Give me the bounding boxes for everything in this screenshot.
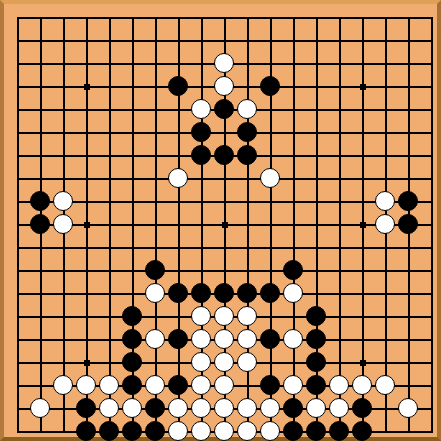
white-stone[interactable] xyxy=(53,214,73,234)
white-stone[interactable] xyxy=(260,398,280,418)
black-stone[interactable] xyxy=(237,283,257,303)
black-stone[interactable] xyxy=(168,375,188,395)
black-stone[interactable] xyxy=(145,421,165,441)
white-stone[interactable] xyxy=(375,375,395,395)
black-stone[interactable] xyxy=(76,421,96,441)
black-stone[interactable] xyxy=(191,122,211,142)
black-stone[interactable] xyxy=(306,329,326,349)
black-stone[interactable] xyxy=(237,145,257,165)
black-stone[interactable] xyxy=(260,329,280,349)
white-stone[interactable] xyxy=(237,99,257,119)
black-stone[interactable] xyxy=(329,421,349,441)
black-stone[interactable] xyxy=(76,398,96,418)
white-stone[interactable] xyxy=(191,306,211,326)
white-stone[interactable] xyxy=(145,329,165,349)
star-point xyxy=(360,84,366,90)
black-stone[interactable] xyxy=(122,375,142,395)
white-stone[interactable] xyxy=(191,398,211,418)
white-stone[interactable] xyxy=(283,329,303,349)
white-stone[interactable] xyxy=(145,283,165,303)
star-point xyxy=(222,222,228,228)
white-stone[interactable] xyxy=(191,329,211,349)
white-stone[interactable] xyxy=(76,375,96,395)
white-stone[interactable] xyxy=(53,191,73,211)
white-stone[interactable] xyxy=(191,99,211,119)
white-stone[interactable] xyxy=(214,76,234,96)
black-stone[interactable] xyxy=(122,329,142,349)
black-stone[interactable] xyxy=(260,283,280,303)
white-stone[interactable] xyxy=(329,398,349,418)
white-stone[interactable] xyxy=(191,421,211,441)
black-stone[interactable] xyxy=(214,99,234,119)
white-stone[interactable] xyxy=(260,168,280,188)
star-point xyxy=(84,360,90,366)
black-stone[interactable] xyxy=(352,421,372,441)
go-board[interactable] xyxy=(0,0,441,441)
grid-line-vertical xyxy=(339,17,341,433)
star-point xyxy=(84,222,90,228)
black-stone[interactable] xyxy=(398,191,418,211)
white-stone[interactable] xyxy=(214,375,234,395)
white-stone[interactable] xyxy=(214,53,234,73)
black-stone[interactable] xyxy=(99,421,119,441)
star-point xyxy=(84,84,90,90)
white-stone[interactable] xyxy=(398,398,418,418)
white-stone[interactable] xyxy=(306,398,326,418)
black-stone[interactable] xyxy=(122,352,142,372)
white-stone[interactable] xyxy=(260,421,280,441)
white-stone[interactable] xyxy=(168,398,188,418)
grid-line-horizontal xyxy=(17,247,433,249)
star-point xyxy=(360,360,366,366)
white-stone[interactable] xyxy=(237,352,257,372)
white-stone[interactable] xyxy=(191,352,211,372)
black-stone[interactable] xyxy=(122,306,142,326)
black-stone[interactable] xyxy=(283,421,303,441)
black-stone[interactable] xyxy=(260,76,280,96)
black-stone[interactable] xyxy=(306,375,326,395)
white-stone[interactable] xyxy=(375,191,395,211)
white-stone[interactable] xyxy=(168,421,188,441)
white-stone[interactable] xyxy=(191,375,211,395)
black-stone[interactable] xyxy=(145,398,165,418)
white-stone[interactable] xyxy=(53,375,73,395)
white-stone[interactable] xyxy=(214,398,234,418)
black-stone[interactable] xyxy=(260,375,280,395)
black-stone[interactable] xyxy=(283,260,303,280)
black-stone[interactable] xyxy=(214,145,234,165)
white-stone[interactable] xyxy=(237,421,257,441)
white-stone[interactable] xyxy=(214,352,234,372)
black-stone[interactable] xyxy=(145,260,165,280)
black-stone[interactable] xyxy=(168,329,188,349)
white-stone[interactable] xyxy=(214,329,234,349)
white-stone[interactable] xyxy=(237,306,257,326)
white-stone[interactable] xyxy=(99,375,119,395)
white-stone[interactable] xyxy=(122,398,142,418)
black-stone[interactable] xyxy=(306,352,326,372)
black-stone[interactable] xyxy=(306,306,326,326)
black-stone[interactable] xyxy=(30,214,50,234)
black-stone[interactable] xyxy=(168,76,188,96)
grid-line-vertical xyxy=(431,17,433,433)
white-stone[interactable] xyxy=(214,421,234,441)
white-stone[interactable] xyxy=(214,306,234,326)
white-stone[interactable] xyxy=(283,283,303,303)
black-stone[interactable] xyxy=(191,283,211,303)
black-stone[interactable] xyxy=(237,122,257,142)
white-stone[interactable] xyxy=(375,214,395,234)
star-point xyxy=(360,222,366,228)
black-stone[interactable] xyxy=(352,398,372,418)
grid-line-horizontal xyxy=(17,270,433,272)
white-stone[interactable] xyxy=(329,375,349,395)
white-stone[interactable] xyxy=(237,398,257,418)
black-stone[interactable] xyxy=(283,398,303,418)
grid-line-vertical xyxy=(293,17,295,433)
white-stone[interactable] xyxy=(30,398,50,418)
black-stone[interactable] xyxy=(30,191,50,211)
white-stone[interactable] xyxy=(145,375,165,395)
white-stone[interactable] xyxy=(352,375,372,395)
black-stone[interactable] xyxy=(214,283,234,303)
black-stone[interactable] xyxy=(122,421,142,441)
white-stone[interactable] xyxy=(283,375,303,395)
black-stone[interactable] xyxy=(306,421,326,441)
white-stone[interactable] xyxy=(237,329,257,349)
black-stone[interactable] xyxy=(398,214,418,234)
white-stone[interactable] xyxy=(99,398,119,418)
white-stone[interactable] xyxy=(168,168,188,188)
black-stone[interactable] xyxy=(191,145,211,165)
black-stone[interactable] xyxy=(168,283,188,303)
